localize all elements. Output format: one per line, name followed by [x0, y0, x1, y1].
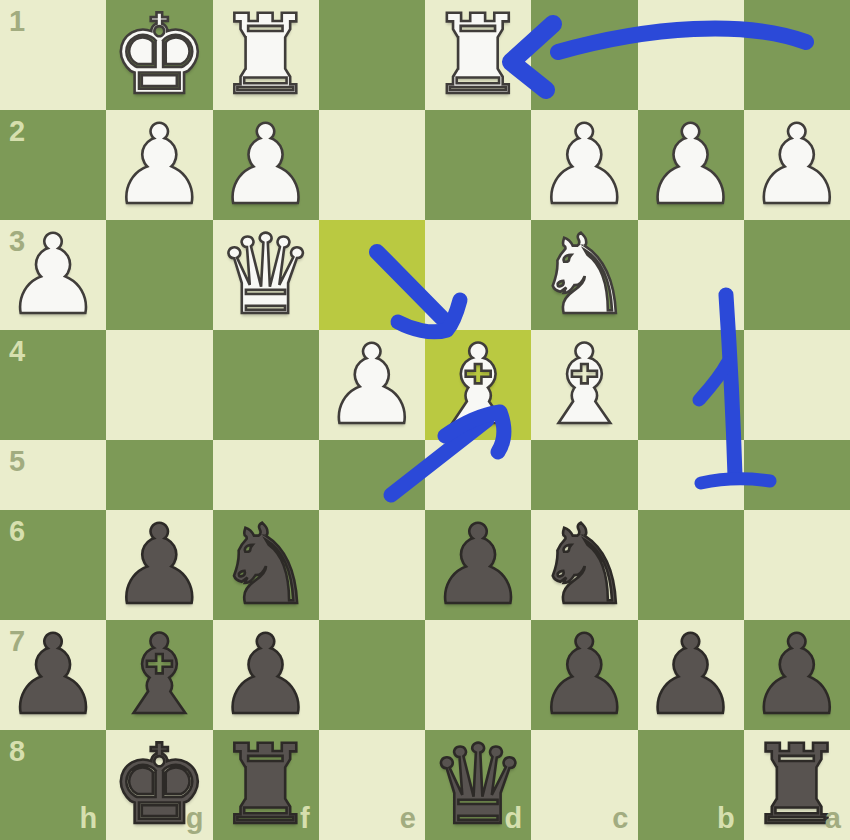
square-b2[interactable]: ♟: [638, 110, 744, 220]
square-h3[interactable]: ♟3: [0, 220, 106, 330]
square-f3[interactable]: ♛: [213, 220, 319, 330]
square-e4[interactable]: ♟: [319, 330, 425, 440]
square-g4[interactable]: [106, 330, 212, 440]
square-a3[interactable]: [744, 220, 850, 330]
file-label-e: e: [400, 804, 416, 833]
square-c3[interactable]: ♞: [531, 220, 637, 330]
black-knight-c6[interactable]: ♞: [535, 510, 634, 620]
black-pawn-g6[interactable]: ♟: [110, 510, 209, 620]
black-knight-f6[interactable]: ♞: [216, 510, 315, 620]
square-b8[interactable]: b: [638, 730, 744, 840]
white-pawn-g2[interactable]: ♟: [110, 110, 209, 220]
square-g6[interactable]: ♟: [106, 510, 212, 620]
white-pawn-b2[interactable]: ♟: [641, 110, 740, 220]
white-rook-f1[interactable]: ♜: [216, 0, 315, 110]
square-f8[interactable]: ♜f: [213, 730, 319, 840]
square-f6[interactable]: ♞: [213, 510, 319, 620]
square-g1[interactable]: ♚: [106, 0, 212, 110]
square-f2[interactable]: ♟: [213, 110, 319, 220]
square-c5[interactable]: [531, 440, 637, 510]
square-f4[interactable]: [213, 330, 319, 440]
white-king-g1[interactable]: ♚: [110, 0, 209, 110]
white-pawn-c2[interactable]: ♟: [535, 110, 634, 220]
square-g8[interactable]: ♚g: [106, 730, 212, 840]
black-pawn-f7[interactable]: ♟: [216, 620, 315, 730]
black-pawn-h7[interactable]: ♟: [4, 620, 103, 730]
square-f7[interactable]: ♟: [213, 620, 319, 730]
square-a5[interactable]: [744, 440, 850, 510]
square-b3[interactable]: [638, 220, 744, 330]
square-h6[interactable]: 6: [0, 510, 106, 620]
white-pawn-f2[interactable]: ♟: [216, 110, 315, 220]
rank-label-1: 1: [9, 7, 25, 36]
white-bishop-c4[interactable]: ♝: [535, 330, 634, 440]
square-c8[interactable]: c: [531, 730, 637, 840]
square-d6[interactable]: ♟: [425, 510, 531, 620]
black-pawn-b7[interactable]: ♟: [641, 620, 740, 730]
chess-board[interactable]: 1♚♜♜2♟♟♟♟♟♟3♛♞4♟♝♝56♟♞♟♞♟7♝♟♟♟♟8h♚g♜fe♛d…: [0, 0, 850, 840]
square-b7[interactable]: ♟: [638, 620, 744, 730]
square-b5[interactable]: [638, 440, 744, 510]
square-d8[interactable]: ♛d: [425, 730, 531, 840]
square-e1[interactable]: [319, 0, 425, 110]
black-king-g8[interactable]: ♚: [110, 730, 209, 840]
square-h4[interactable]: 4: [0, 330, 106, 440]
white-bishop-d4[interactable]: ♝: [429, 330, 528, 440]
square-d4[interactable]: ♝: [425, 330, 531, 440]
square-c1[interactable]: [531, 0, 637, 110]
rank-label-5: 5: [9, 447, 25, 476]
file-label-h: h: [80, 804, 98, 833]
black-queen-d8[interactable]: ♛: [429, 730, 528, 840]
square-d3[interactable]: [425, 220, 531, 330]
square-a6[interactable]: [744, 510, 850, 620]
square-e2[interactable]: [319, 110, 425, 220]
square-g5[interactable]: [106, 440, 212, 510]
white-pawn-a2[interactable]: ♟: [748, 110, 847, 220]
square-e8[interactable]: e: [319, 730, 425, 840]
square-h1[interactable]: 1: [0, 0, 106, 110]
square-e3[interactable]: [319, 220, 425, 330]
square-c6[interactable]: ♞: [531, 510, 637, 620]
square-h2[interactable]: 2: [0, 110, 106, 220]
black-pawn-a7[interactable]: ♟: [748, 620, 847, 730]
square-h7[interactable]: ♟7: [0, 620, 106, 730]
rank-label-8: 8: [9, 737, 25, 766]
square-e7[interactable]: [319, 620, 425, 730]
square-e6[interactable]: [319, 510, 425, 620]
square-d5[interactable]: [425, 440, 531, 510]
square-h5[interactable]: 5: [0, 440, 106, 510]
square-e5[interactable]: [319, 440, 425, 510]
square-h8[interactable]: 8h: [0, 730, 106, 840]
square-d7[interactable]: [425, 620, 531, 730]
chessboard-screenshot: 1♚♜♜2♟♟♟♟♟♟3♛♞4♟♝♝56♟♞♟♞♟7♝♟♟♟♟8h♚g♜fe♛d…: [0, 0, 850, 840]
square-a4[interactable]: [744, 330, 850, 440]
rank-label-2: 2: [9, 117, 25, 146]
white-queen-f3[interactable]: ♛: [216, 220, 315, 330]
square-b1[interactable]: [638, 0, 744, 110]
file-label-c: c: [612, 804, 628, 833]
square-c2[interactable]: ♟: [531, 110, 637, 220]
black-rook-a8[interactable]: ♜: [748, 730, 847, 840]
square-b4[interactable]: [638, 330, 744, 440]
square-c7[interactable]: ♟: [531, 620, 637, 730]
square-a2[interactable]: ♟: [744, 110, 850, 220]
square-f5[interactable]: [213, 440, 319, 510]
rank-label-4: 4: [9, 337, 25, 366]
square-a7[interactable]: ♟: [744, 620, 850, 730]
black-bishop-g7[interactable]: ♝: [110, 620, 209, 730]
square-g7[interactable]: ♝: [106, 620, 212, 730]
rank-label-6: 6: [9, 517, 25, 546]
black-pawn-d6[interactable]: ♟: [429, 510, 528, 620]
square-d2[interactable]: [425, 110, 531, 220]
file-label-b: b: [717, 804, 735, 833]
white-pawn-e4[interactable]: ♟: [323, 330, 422, 440]
square-a1[interactable]: [744, 0, 850, 110]
square-c4[interactable]: ♝: [531, 330, 637, 440]
black-rook-f8[interactable]: ♜: [216, 730, 315, 840]
square-a8[interactable]: ♜a: [744, 730, 850, 840]
square-g2[interactable]: ♟: [106, 110, 212, 220]
square-d1[interactable]: ♜: [425, 0, 531, 110]
square-f1[interactable]: ♜: [213, 0, 319, 110]
white-pawn-h3[interactable]: ♟: [4, 220, 103, 330]
white-knight-c3[interactable]: ♞: [535, 220, 634, 330]
square-g3[interactable]: [106, 220, 212, 330]
black-pawn-c7[interactable]: ♟: [535, 620, 634, 730]
white-rook-d1[interactable]: ♜: [429, 0, 528, 110]
square-b6[interactable]: [638, 510, 744, 620]
